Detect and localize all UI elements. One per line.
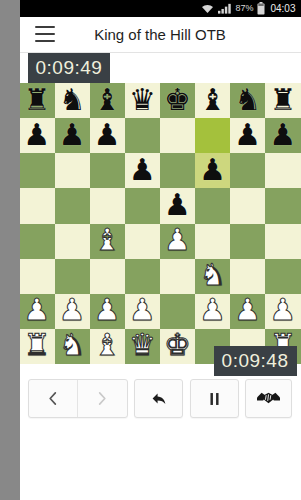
square-a8[interactable]: ♜ [20, 83, 55, 118]
square-f6[interactable]: ♟ [195, 153, 230, 188]
undo-button[interactable] [134, 379, 183, 418]
square-c4[interactable]: ♝ [90, 224, 125, 259]
square-b7[interactable]: ♟ [55, 118, 90, 153]
square-g5[interactable] [230, 188, 265, 223]
square-e6[interactable] [160, 153, 195, 188]
square-c2[interactable]: ♟ [90, 294, 125, 329]
square-c5[interactable] [90, 188, 125, 223]
page-title: King of the Hill OTB [20, 17, 301, 52]
white-bishop[interactable]: ♝ [94, 330, 121, 362]
square-f3[interactable]: ♞ [195, 259, 230, 294]
white-pawn[interactable]: ♟ [129, 295, 156, 327]
black-pawn[interactable]: ♟ [24, 120, 51, 152]
square-c7[interactable]: ♟ [90, 118, 125, 153]
square-b8[interactable]: ♞ [55, 83, 90, 118]
handshake-icon [257, 391, 280, 407]
signal-icon [218, 3, 231, 14]
chevron-right-icon [97, 391, 107, 406]
square-a2[interactable]: ♟ [20, 294, 55, 329]
toolbar: King of the Hill OTB [20, 17, 301, 53]
square-h3[interactable] [265, 259, 300, 294]
square-g4[interactable] [230, 224, 265, 259]
square-e3[interactable] [160, 259, 195, 294]
black-pawn[interactable]: ♟ [129, 155, 156, 187]
square-h7[interactable]: ♟ [265, 118, 300, 153]
black-rook[interactable]: ♜ [269, 85, 296, 117]
white-king[interactable]: ♚ [164, 330, 191, 362]
white-pawn[interactable]: ♟ [269, 295, 296, 327]
square-h6[interactable] [265, 153, 300, 188]
white-pawn[interactable]: ♟ [234, 295, 261, 327]
pause-icon [209, 392, 220, 406]
square-e4[interactable]: ♟ [160, 224, 195, 259]
square-a4[interactable] [20, 224, 55, 259]
square-d5[interactable] [125, 188, 160, 223]
square-b1[interactable]: ♞ [55, 329, 90, 364]
square-d2[interactable]: ♟ [125, 294, 160, 329]
black-pawn[interactable]: ♟ [94, 120, 121, 152]
white-bishop[interactable]: ♝ [94, 225, 121, 257]
square-e1[interactable]: ♚ [160, 329, 195, 364]
square-c6[interactable] [90, 153, 125, 188]
square-f2[interactable]: ♟ [195, 294, 230, 329]
square-b3[interactable] [55, 259, 90, 294]
app-screen: 87% 04:03 King of the Hill OTB 0:09:49 0… [20, 0, 301, 500]
chess-board[interactable]: ♜♞♝♛♚♝♞♜♟♟♟♟♟♟♟♟♝♟♞♟♟♟♟♟♟♟♜♞♝♛♚♜ [20, 83, 301, 364]
square-e7[interactable] [160, 118, 195, 153]
square-h5[interactable] [265, 188, 300, 223]
square-b4[interactable] [55, 224, 90, 259]
square-b2[interactable]: ♟ [55, 294, 90, 329]
white-queen[interactable]: ♛ [129, 330, 156, 362]
square-d3[interactable] [125, 259, 160, 294]
square-a6[interactable] [20, 153, 55, 188]
square-d1[interactable]: ♛ [125, 329, 160, 364]
square-b6[interactable] [55, 153, 90, 188]
square-a7[interactable]: ♟ [20, 118, 55, 153]
battery-percent: 87% [235, 4, 253, 13]
white-knight[interactable]: ♞ [199, 260, 226, 292]
square-f8[interactable]: ♝ [195, 83, 230, 118]
square-h4[interactable] [265, 224, 300, 259]
next-move-button[interactable] [77, 380, 127, 417]
square-g7[interactable]: ♟ [230, 118, 265, 153]
pause-button[interactable] [190, 379, 239, 418]
square-g3[interactable] [230, 259, 265, 294]
square-f4[interactable] [195, 224, 230, 259]
black-pawn[interactable]: ♟ [199, 155, 226, 187]
black-knight[interactable]: ♞ [234, 85, 261, 117]
status-time: 04:03 [270, 4, 295, 14]
square-b5[interactable] [55, 188, 90, 223]
square-d8[interactable]: ♛ [125, 83, 160, 118]
resign-draw-button[interactable] [245, 379, 292, 418]
controls-bar [20, 379, 301, 418]
square-f5[interactable] [195, 188, 230, 223]
white-knight[interactable]: ♞ [59, 330, 86, 362]
square-e2[interactable] [160, 294, 195, 329]
square-c8[interactable]: ♝ [90, 83, 125, 118]
square-h2[interactable]: ♟ [265, 294, 300, 329]
status-bar: 87% 04:03 [20, 0, 301, 17]
prev-move-button[interactable] [29, 380, 78, 417]
square-g8[interactable]: ♞ [230, 83, 265, 118]
white-pawn[interactable]: ♟ [24, 295, 51, 327]
white-pawn[interactable]: ♟ [59, 295, 86, 327]
square-c1[interactable]: ♝ [90, 329, 125, 364]
square-d6[interactable]: ♟ [125, 153, 160, 188]
square-f7[interactable] [195, 118, 230, 153]
wifi-icon [201, 3, 214, 14]
square-e5[interactable]: ♟ [160, 188, 195, 223]
chevron-left-icon [48, 391, 58, 406]
black-clock: 0:09:49 [28, 53, 111, 83]
black-knight[interactable]: ♞ [59, 85, 86, 117]
black-king[interactable]: ♚ [164, 85, 191, 117]
square-g2[interactable]: ♟ [230, 294, 265, 329]
black-pawn[interactable]: ♟ [164, 190, 191, 222]
square-h8[interactable]: ♜ [265, 83, 300, 118]
battery-icon [257, 2, 265, 15]
black-rook[interactable]: ♜ [24, 85, 51, 117]
black-pawn[interactable]: ♟ [269, 120, 296, 152]
square-c3[interactable] [90, 259, 125, 294]
black-pawn[interactable]: ♟ [234, 120, 261, 152]
square-d4[interactable] [125, 224, 160, 259]
square-a1[interactable]: ♜ [20, 329, 55, 364]
black-bishop[interactable]: ♝ [199, 85, 226, 117]
undo-arrow-icon [149, 390, 169, 407]
black-bishop[interactable]: ♝ [94, 85, 121, 117]
square-e8[interactable]: ♚ [160, 83, 195, 118]
white-clock: 0:09:48 [214, 346, 297, 376]
move-nav-group [28, 379, 128, 418]
white-pawn[interactable]: ♟ [199, 295, 226, 327]
white-pawn[interactable]: ♟ [94, 295, 121, 327]
square-g6[interactable] [230, 153, 265, 188]
square-a3[interactable] [20, 259, 55, 294]
square-a5[interactable] [20, 188, 55, 223]
black-pawn[interactable]: ♟ [59, 120, 86, 152]
square-d7[interactable] [125, 118, 160, 153]
black-queen[interactable]: ♛ [129, 85, 156, 117]
white-pawn[interactable]: ♟ [164, 225, 191, 257]
white-rook[interactable]: ♜ [24, 330, 51, 362]
